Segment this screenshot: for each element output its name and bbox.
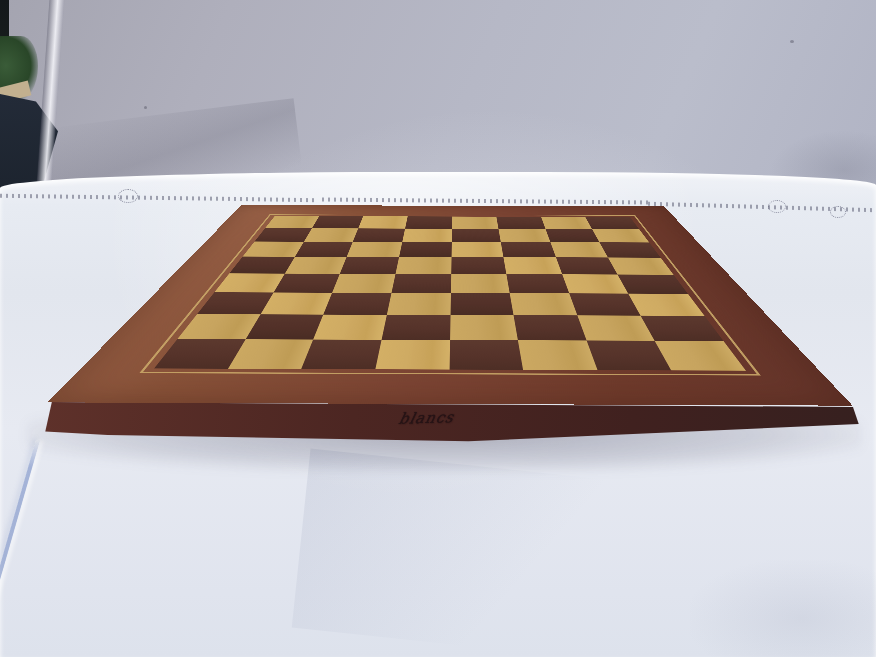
lace-motif — [830, 206, 846, 218]
board-square-r2c5 — [501, 242, 556, 257]
board-square-r6c2 — [313, 315, 386, 340]
board-square-r3c2 — [340, 257, 399, 274]
board-square-r7c2 — [301, 340, 381, 370]
board-square-r1c4 — [452, 229, 501, 243]
board-square-r5c2 — [323, 293, 391, 315]
board-square-r5c4 — [450, 293, 513, 315]
board-square-r7c7 — [655, 341, 746, 371]
cloth-shadow — [690, 560, 876, 657]
board-square-r6c7 — [641, 316, 724, 342]
board-square-r3c4 — [451, 257, 507, 274]
board-square-r5c7 — [628, 294, 704, 316]
board-square-r6c1 — [245, 314, 323, 339]
cloth-speck — [790, 40, 794, 43]
board-square-r0c4 — [452, 217, 499, 229]
photo-scene: blancs — [0, 0, 876, 657]
board-square-r4c4 — [451, 274, 510, 293]
board-field — [154, 216, 746, 371]
board-square-r4c2 — [332, 274, 395, 293]
board-square-r5c3 — [387, 293, 451, 315]
board-square-r5c5 — [510, 293, 577, 315]
board-square-r7c4 — [449, 340, 523, 370]
board-square-r0c6 — [541, 217, 592, 229]
board-square-r0c5 — [496, 217, 545, 229]
board-square-r0c1 — [312, 216, 364, 228]
board-square-r2c2 — [347, 242, 402, 257]
board-square-r6c5 — [514, 315, 587, 340]
board-square-r3c6 — [556, 257, 618, 274]
board-square-r6c3 — [381, 315, 450, 340]
board-square-r3c5 — [503, 257, 562, 274]
board-square-r7c5 — [518, 340, 597, 370]
board-square-r2c4 — [451, 242, 503, 257]
board-square-r3c3 — [395, 257, 451, 274]
board-inscription: blancs — [397, 408, 456, 428]
board-square-r6c4 — [450, 315, 518, 340]
board-square-r1c0 — [255, 228, 312, 242]
board-square-r4c5 — [506, 274, 569, 293]
board-square-r2c6 — [550, 242, 608, 257]
board-square-r1c5 — [499, 229, 551, 243]
lace-motif — [768, 200, 786, 213]
board-square-r1c2 — [353, 228, 405, 242]
board-square-r1c1 — [304, 228, 359, 242]
board-square-r7c3 — [375, 340, 449, 370]
board-square-r2c7 — [600, 242, 661, 257]
lace-motif — [118, 189, 138, 203]
board-square-r5c1 — [260, 293, 332, 315]
board-square-r0c7 — [585, 217, 639, 229]
board-square-r3c7 — [608, 257, 673, 274]
board-square-r0c2 — [358, 216, 407, 228]
board-square-r3c1 — [285, 257, 347, 274]
board-square-r1c7 — [592, 229, 649, 243]
board-square-r1c6 — [545, 229, 599, 243]
board-square-r4c7 — [618, 274, 688, 293]
board-square-r4c1 — [273, 273, 340, 292]
board-square-r1c3 — [402, 228, 452, 242]
board-square-r0c3 — [405, 216, 452, 228]
board-square-r2c3 — [399, 242, 451, 257]
board-square-r2c1 — [295, 242, 353, 257]
cloth-speck — [144, 106, 147, 109]
board-square-r4c3 — [391, 274, 451, 293]
board-square-r0c0 — [265, 216, 319, 228]
